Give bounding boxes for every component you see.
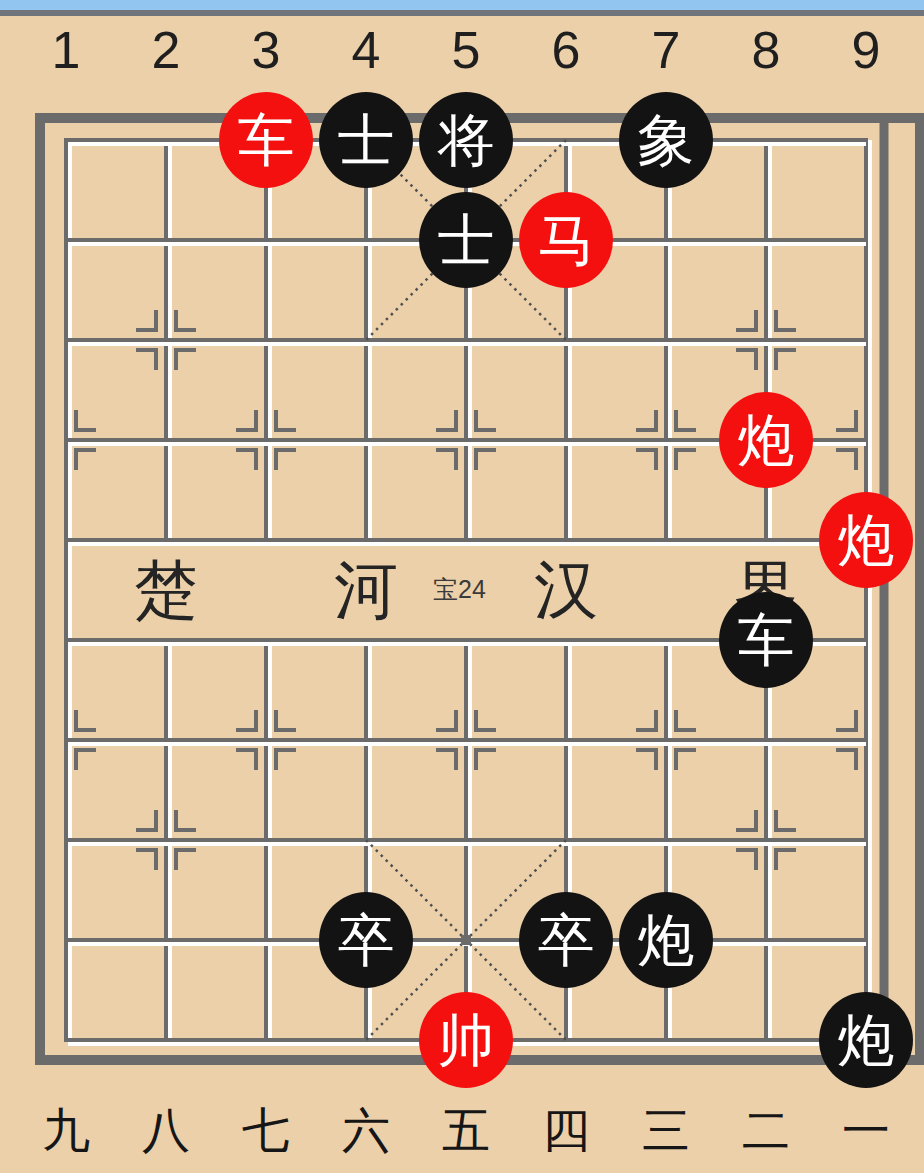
piece-cell: 炮 xyxy=(616,890,716,990)
file-label-bottom-5: 五 xyxy=(416,1096,516,1166)
piece-red-chariot[interactable]: 车 xyxy=(219,92,313,188)
piece-cell: 士 xyxy=(316,90,416,190)
file-label-bottom-6: 四 xyxy=(516,1096,616,1166)
piece-black-cannon[interactable]: 炮 xyxy=(619,892,713,988)
piece-cell: 炮 xyxy=(816,990,916,1090)
piece-red-cannon[interactable]: 炮 xyxy=(719,392,813,488)
piece-red-cannon[interactable]: 炮 xyxy=(819,492,913,588)
piece-red-horse[interactable]: 马 xyxy=(519,192,613,288)
file-label-bottom-8: 二 xyxy=(716,1096,816,1166)
piece-black-cannon[interactable]: 炮 xyxy=(819,992,913,1088)
piece-red-general[interactable]: 帅 xyxy=(419,992,513,1088)
piece-cell: 炮 xyxy=(716,390,816,490)
file-label-bottom-9: 一 xyxy=(816,1096,916,1166)
piece-black-elephant[interactable]: 象 xyxy=(619,92,713,188)
piece-black-soldier[interactable]: 卒 xyxy=(319,892,413,988)
piece-cell: 象 xyxy=(616,90,716,190)
piece-cell: 卒 xyxy=(516,890,616,990)
piece-cell: 车 xyxy=(716,590,816,690)
piece-black-advisor[interactable]: 士 xyxy=(319,92,413,188)
file-label-bottom-3: 七 xyxy=(216,1096,316,1166)
piece-cell: 车 xyxy=(216,90,316,190)
file-label-bottom-2: 八 xyxy=(116,1096,216,1166)
xiangqi-app: 123456789 楚河汉界 宝24 车士将象士马炮炮车卒卒炮帅炮 九八七六五四… xyxy=(0,0,924,1173)
file-label-bottom-4: 六 xyxy=(316,1096,416,1166)
file-label-bottom-1: 九 xyxy=(16,1096,116,1166)
piece-cell: 炮 xyxy=(816,490,916,590)
piece-black-advisor[interactable]: 士 xyxy=(419,192,513,288)
piece-cell: 将 xyxy=(416,90,516,190)
file-labels-bottom: 九八七六五四三二一 xyxy=(16,1096,916,1166)
piece-black-chariot[interactable]: 车 xyxy=(719,592,813,688)
piece-black-general[interactable]: 将 xyxy=(419,92,513,188)
piece-cell: 马 xyxy=(516,190,616,290)
piece-black-soldier[interactable]: 卒 xyxy=(519,892,613,988)
file-label-bottom-7: 三 xyxy=(616,1096,716,1166)
piece-cell: 士 xyxy=(416,190,516,290)
piece-cell: 帅 xyxy=(416,990,516,1090)
piece-layer: 车士将象士马炮炮车卒卒炮帅炮 xyxy=(16,90,916,1090)
piece-cell: 卒 xyxy=(316,890,416,990)
